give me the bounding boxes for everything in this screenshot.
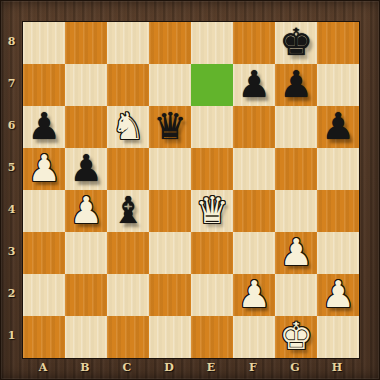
square-e2[interactable] — [191, 274, 233, 316]
square-c7[interactable] — [107, 64, 149, 106]
square-h8[interactable] — [317, 22, 359, 64]
square-a2[interactable] — [23, 274, 65, 316]
square-b1[interactable] — [65, 316, 107, 358]
square-h1[interactable] — [317, 316, 359, 358]
file-label-h: H — [316, 359, 358, 380]
square-d6[interactable]: ♛ — [149, 106, 191, 148]
rank-label-3: 3 — [1, 231, 22, 273]
square-a7[interactable] — [23, 64, 65, 106]
square-f5[interactable] — [233, 148, 275, 190]
square-b3[interactable] — [65, 232, 107, 274]
square-g3[interactable]: ♟ — [275, 232, 317, 274]
file-label-b: B — [64, 359, 106, 380]
square-e3[interactable] — [191, 232, 233, 274]
square-d3[interactable] — [149, 232, 191, 274]
square-h6[interactable]: ♟ — [317, 106, 359, 148]
chessboard: ♚♟♟♟♞♛♟♟♟♟♝♛♟♟♟♚ — [22, 21, 360, 359]
square-b4[interactable]: ♟ — [65, 190, 107, 232]
square-b5[interactable]: ♟ — [65, 148, 107, 190]
square-b6[interactable] — [65, 106, 107, 148]
square-g5[interactable] — [275, 148, 317, 190]
square-c6[interactable]: ♞ — [107, 106, 149, 148]
rank-labels: 87654321 — [1, 21, 22, 359]
black-pawn[interactable]: ♟ — [321, 106, 354, 148]
square-a8[interactable] — [23, 22, 65, 64]
white-pawn[interactable]: ♟ — [279, 232, 312, 274]
square-c5[interactable] — [107, 148, 149, 190]
square-b7[interactable] — [65, 64, 107, 106]
white-king[interactable]: ♚ — [279, 316, 312, 358]
square-c8[interactable] — [107, 22, 149, 64]
square-h2[interactable]: ♟ — [317, 274, 359, 316]
square-d5[interactable] — [149, 148, 191, 190]
black-queen[interactable]: ♛ — [153, 106, 186, 148]
file-label-g: G — [274, 359, 316, 380]
rank-label-8: 8 — [1, 21, 22, 63]
square-c3[interactable] — [107, 232, 149, 274]
square-d2[interactable] — [149, 274, 191, 316]
file-label-a: A — [22, 359, 64, 380]
file-labels: ABCDEFGH — [22, 359, 360, 380]
white-pawn[interactable]: ♟ — [237, 274, 270, 316]
square-g4[interactable] — [275, 190, 317, 232]
square-f8[interactable] — [233, 22, 275, 64]
white-pawn[interactable]: ♟ — [27, 148, 60, 190]
square-h5[interactable] — [317, 148, 359, 190]
square-c2[interactable] — [107, 274, 149, 316]
file-label-c: C — [106, 359, 148, 380]
file-label-d: D — [148, 359, 190, 380]
black-pawn[interactable]: ♟ — [237, 64, 270, 106]
square-a5[interactable]: ♟ — [23, 148, 65, 190]
square-f2[interactable]: ♟ — [233, 274, 275, 316]
square-b2[interactable] — [65, 274, 107, 316]
square-g7[interactable]: ♟ — [275, 64, 317, 106]
rank-label-2: 2 — [1, 273, 22, 315]
chessboard-frame: 87654321 ABCDEFGH ♚♟♟♟♞♛♟♟♟♟♝♛♟♟♟♚ — [0, 0, 380, 380]
square-h3[interactable] — [317, 232, 359, 274]
square-d7[interactable] — [149, 64, 191, 106]
file-label-f: F — [232, 359, 274, 380]
square-f6[interactable] — [233, 106, 275, 148]
square-d8[interactable] — [149, 22, 191, 64]
rank-label-4: 4 — [1, 189, 22, 231]
square-e6[interactable] — [191, 106, 233, 148]
rank-label-1: 1 — [1, 315, 22, 357]
black-pawn[interactable]: ♟ — [279, 64, 312, 106]
black-bishop[interactable]: ♝ — [111, 190, 144, 232]
square-g8[interactable]: ♚ — [275, 22, 317, 64]
square-h7[interactable] — [317, 64, 359, 106]
square-e7[interactable] — [191, 64, 233, 106]
rank-label-7: 7 — [1, 63, 22, 105]
square-e4[interactable]: ♛ — [191, 190, 233, 232]
square-g1[interactable]: ♚ — [275, 316, 317, 358]
square-a3[interactable] — [23, 232, 65, 274]
square-b8[interactable] — [65, 22, 107, 64]
black-pawn[interactable]: ♟ — [27, 106, 60, 148]
white-queen[interactable]: ♛ — [195, 190, 228, 232]
white-pawn[interactable]: ♟ — [321, 274, 354, 316]
square-f3[interactable] — [233, 232, 275, 274]
square-e5[interactable] — [191, 148, 233, 190]
white-pawn[interactable]: ♟ — [69, 190, 102, 232]
square-h4[interactable] — [317, 190, 359, 232]
square-d1[interactable] — [149, 316, 191, 358]
black-pawn[interactable]: ♟ — [69, 148, 102, 190]
square-f1[interactable] — [233, 316, 275, 358]
square-a4[interactable] — [23, 190, 65, 232]
square-g6[interactable] — [275, 106, 317, 148]
square-g2[interactable] — [275, 274, 317, 316]
black-king[interactable]: ♚ — [279, 22, 312, 64]
square-c1[interactable] — [107, 316, 149, 358]
rank-label-6: 6 — [1, 105, 22, 147]
square-d4[interactable] — [149, 190, 191, 232]
white-knight[interactable]: ♞ — [111, 106, 144, 148]
square-f7[interactable]: ♟ — [233, 64, 275, 106]
square-a6[interactable]: ♟ — [23, 106, 65, 148]
square-e8[interactable] — [191, 22, 233, 64]
file-label-e: E — [190, 359, 232, 380]
rank-label-5: 5 — [1, 147, 22, 189]
square-a1[interactable] — [23, 316, 65, 358]
square-c4[interactable]: ♝ — [107, 190, 149, 232]
square-e1[interactable] — [191, 316, 233, 358]
square-f4[interactable] — [233, 190, 275, 232]
